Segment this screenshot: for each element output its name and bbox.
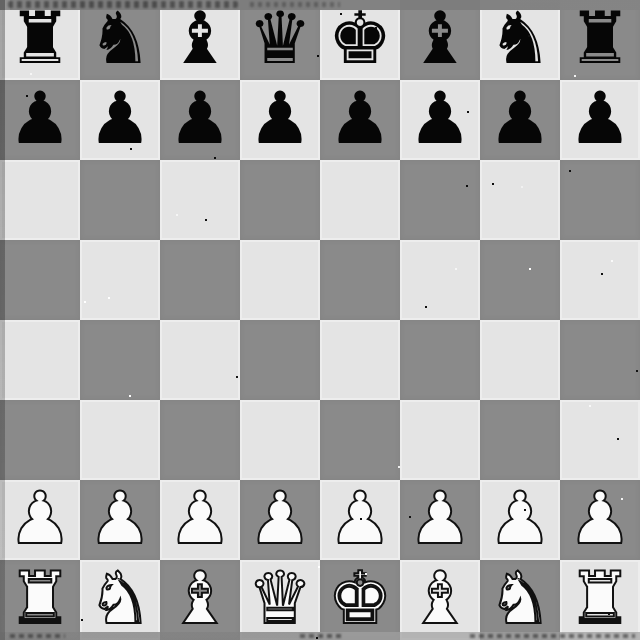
square-f3[interactable] xyxy=(400,400,480,480)
square-b6[interactable] xyxy=(80,160,160,240)
piece-white-rook: ♜ xyxy=(8,558,73,638)
square-f5[interactable] xyxy=(400,240,480,320)
piece-white-pawn: ♟ xyxy=(568,478,633,558)
square-a3[interactable] xyxy=(0,400,80,480)
square-a1[interactable]: ♜ xyxy=(0,560,80,640)
square-e4[interactable] xyxy=(320,320,400,400)
square-f1[interactable]: ♝ xyxy=(400,560,480,640)
square-e3[interactable] xyxy=(320,400,400,480)
chess-board: ♜♞♝♛♚♝♞♜♟♟♟♟♟♟♟♟♟♟♟♟♟♟♟♟♜♞♝♛♚♝♞♜ xyxy=(0,0,640,640)
square-h3[interactable] xyxy=(560,400,640,480)
piece-black-rook: ♜ xyxy=(568,0,633,78)
piece-black-pawn: ♟ xyxy=(168,78,233,158)
square-a5[interactable] xyxy=(0,240,80,320)
piece-black-bishop: ♝ xyxy=(168,0,233,78)
square-h5[interactable] xyxy=(560,240,640,320)
square-h1[interactable]: ♜ xyxy=(560,560,640,640)
square-d8[interactable]: ♛ xyxy=(240,0,320,80)
square-d1[interactable]: ♛ xyxy=(240,560,320,640)
square-f2[interactable]: ♟ xyxy=(400,480,480,560)
piece-white-knight: ♞ xyxy=(88,558,153,638)
square-e1[interactable]: ♚ xyxy=(320,560,400,640)
square-b7[interactable]: ♟ xyxy=(80,80,160,160)
square-b3[interactable] xyxy=(80,400,160,480)
piece-black-pawn: ♟ xyxy=(248,78,313,158)
square-c2[interactable]: ♟ xyxy=(160,480,240,560)
square-h4[interactable] xyxy=(560,320,640,400)
piece-white-pawn: ♟ xyxy=(8,478,73,558)
piece-black-pawn: ♟ xyxy=(408,78,473,158)
square-g5[interactable] xyxy=(480,240,560,320)
square-e7[interactable]: ♟ xyxy=(320,80,400,160)
square-h6[interactable] xyxy=(560,160,640,240)
piece-black-pawn: ♟ xyxy=(88,78,153,158)
piece-black-rook: ♜ xyxy=(8,0,73,78)
square-b1[interactable]: ♞ xyxy=(80,560,160,640)
square-e8[interactable]: ♚ xyxy=(320,0,400,80)
square-b2[interactable]: ♟ xyxy=(80,480,160,560)
piece-white-king: ♚ xyxy=(328,558,393,638)
piece-black-pawn: ♟ xyxy=(568,78,633,158)
square-g2[interactable]: ♟ xyxy=(480,480,560,560)
piece-black-king: ♚ xyxy=(328,0,393,78)
square-a7[interactable]: ♟ xyxy=(0,80,80,160)
chessboard-screenshot: ♜♞♝♛♚♝♞♜♟♟♟♟♟♟♟♟♟♟♟♟♟♟♟♟♜♞♝♛♚♝♞♜ xyxy=(0,0,640,640)
piece-black-knight: ♞ xyxy=(488,0,553,78)
square-b8[interactable]: ♞ xyxy=(80,0,160,80)
square-f7[interactable]: ♟ xyxy=(400,80,480,160)
piece-black-pawn: ♟ xyxy=(328,78,393,158)
piece-white-pawn: ♟ xyxy=(248,478,313,558)
piece-white-pawn: ♟ xyxy=(168,478,233,558)
square-h2[interactable]: ♟ xyxy=(560,480,640,560)
square-c8[interactable]: ♝ xyxy=(160,0,240,80)
square-c3[interactable] xyxy=(160,400,240,480)
piece-white-knight: ♞ xyxy=(488,558,553,638)
square-a6[interactable] xyxy=(0,160,80,240)
square-f6[interactable] xyxy=(400,160,480,240)
square-g1[interactable]: ♞ xyxy=(480,560,560,640)
piece-black-pawn: ♟ xyxy=(8,78,73,158)
piece-white-queen: ♛ xyxy=(248,558,313,638)
square-f8[interactable]: ♝ xyxy=(400,0,480,80)
square-a2[interactable]: ♟ xyxy=(0,480,80,560)
piece-black-pawn: ♟ xyxy=(488,78,553,158)
piece-white-pawn: ♟ xyxy=(488,478,553,558)
square-g7[interactable]: ♟ xyxy=(480,80,560,160)
square-b4[interactable] xyxy=(80,320,160,400)
piece-white-pawn: ♟ xyxy=(408,478,473,558)
square-d3[interactable] xyxy=(240,400,320,480)
square-g4[interactable] xyxy=(480,320,560,400)
square-g6[interactable] xyxy=(480,160,560,240)
piece-white-bishop: ♝ xyxy=(408,558,473,638)
piece-white-bishop: ♝ xyxy=(168,558,233,638)
square-d6[interactable] xyxy=(240,160,320,240)
square-d4[interactable] xyxy=(240,320,320,400)
square-h7[interactable]: ♟ xyxy=(560,80,640,160)
square-a4[interactable] xyxy=(0,320,80,400)
square-c4[interactable] xyxy=(160,320,240,400)
square-b5[interactable] xyxy=(80,240,160,320)
square-d7[interactable]: ♟ xyxy=(240,80,320,160)
square-c1[interactable]: ♝ xyxy=(160,560,240,640)
square-a8[interactable]: ♜ xyxy=(0,0,80,80)
square-c6[interactable] xyxy=(160,160,240,240)
piece-white-pawn: ♟ xyxy=(88,478,153,558)
square-d2[interactable]: ♟ xyxy=(240,480,320,560)
square-e2[interactable]: ♟ xyxy=(320,480,400,560)
square-h8[interactable]: ♜ xyxy=(560,0,640,80)
square-e5[interactable] xyxy=(320,240,400,320)
piece-white-pawn: ♟ xyxy=(328,478,393,558)
square-g3[interactable] xyxy=(480,400,560,480)
square-e6[interactable] xyxy=(320,160,400,240)
piece-black-bishop: ♝ xyxy=(408,0,473,78)
square-c5[interactable] xyxy=(160,240,240,320)
piece-black-knight: ♞ xyxy=(88,0,153,78)
square-d5[interactable] xyxy=(240,240,320,320)
square-g8[interactable]: ♞ xyxy=(480,0,560,80)
piece-white-rook: ♜ xyxy=(568,558,633,638)
square-f4[interactable] xyxy=(400,320,480,400)
piece-black-queen: ♛ xyxy=(248,0,313,78)
square-c7[interactable]: ♟ xyxy=(160,80,240,160)
